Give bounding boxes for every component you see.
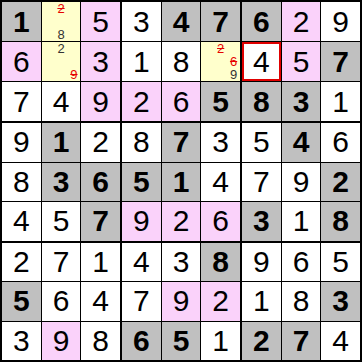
cell-value: 6: [13, 45, 30, 79]
cell-value: 7: [92, 204, 109, 238]
cell-r9c9[interactable]: 4: [321, 322, 360, 361]
cell-value: 3: [332, 284, 349, 318]
cell-r2c3[interactable]: 3: [81, 42, 120, 81]
cell-r3c1[interactable]: 7: [2, 82, 41, 121]
cell-value: 5: [53, 204, 70, 238]
cell-r4c9[interactable]: 6: [321, 123, 360, 162]
cell-value: 6: [173, 85, 190, 119]
pencil-mark-6-eliminated: 6: [227, 55, 240, 68]
cell-r7c3[interactable]: 1: [81, 243, 120, 282]
cell-value: 1: [92, 245, 109, 279]
cell-r6c2[interactable]: 5: [42, 202, 81, 241]
cell-r7c5[interactable]: 3: [162, 243, 201, 282]
cell-value: 3: [13, 324, 30, 358]
cell-value: 8: [92, 324, 109, 358]
cell-r3c4[interactable]: 2: [122, 82, 161, 121]
box-1-2: 34718269265: [122, 2, 240, 121]
cell-r6c4[interactable]: 9: [122, 202, 161, 241]
cell-value: 9: [13, 125, 30, 159]
pencil-mark-9-eliminated: 9: [67, 68, 80, 81]
cell-value: 7: [212, 5, 229, 39]
cell-value: 2: [293, 5, 310, 39]
cell-value: 6: [92, 165, 109, 199]
cell-value: 7: [13, 85, 30, 119]
box-2-2: 873514926: [122, 123, 240, 241]
cell-r3c5[interactable]: 6: [162, 82, 201, 121]
cell-value: 3: [53, 165, 70, 199]
cell-value: 5: [332, 245, 349, 279]
cell-r4c5[interactable]: 7: [162, 123, 201, 162]
cell-r3c3[interactable]: 9: [81, 82, 120, 121]
cell-value: 8: [253, 85, 270, 119]
pencil-mark-9: 9: [227, 68, 240, 81]
cell-r7c4[interactable]: 4: [122, 243, 161, 282]
cell-value: 7: [332, 45, 349, 79]
cell-r1c7[interactable]: 6: [242, 2, 281, 41]
cell-value: 7: [133, 284, 150, 318]
cell-r6c7[interactable]: 3: [242, 202, 281, 241]
cell-value: 1: [212, 324, 229, 358]
cell-value: 2: [253, 324, 270, 358]
cell-value: 1: [253, 284, 270, 318]
pencil-mark-2: 2: [55, 42, 68, 55]
cell-value: 3: [212, 125, 229, 159]
sudoku-board: 1285629374934718269265629457831912836457…: [0, 0, 362, 362]
cell-value: 7: [53, 245, 70, 279]
cell-r8c4[interactable]: 7: [122, 282, 161, 321]
cell-value: 4: [332, 324, 349, 358]
cell-r7c8[interactable]: 6: [282, 243, 321, 282]
cell-value: 2: [173, 204, 190, 238]
cell-r9c1[interactable]: 3: [2, 322, 41, 361]
cell-r7c9[interactable]: 5: [321, 243, 360, 282]
box-1-1: 12856293749: [2, 2, 120, 121]
cell-r8c7[interactable]: 1: [242, 282, 281, 321]
cell-value: 8: [332, 204, 349, 238]
cell-value: 4: [173, 5, 190, 39]
cell-value: 3: [173, 245, 190, 279]
cell-value: 5: [133, 165, 150, 199]
cell-r6c1[interactable]: 4: [2, 202, 41, 241]
cell-value: 9: [53, 324, 70, 358]
cell-r1c9[interactable]: 9: [321, 2, 360, 41]
cell-r7c6[interactable]: 8: [201, 243, 240, 282]
cell-value: 6: [53, 284, 70, 318]
cell-r6c6[interactable]: 6: [201, 202, 240, 241]
cell-value: 4: [293, 125, 310, 159]
cell-value: 1: [13, 5, 30, 39]
cell-r9c8[interactable]: 7: [282, 322, 321, 361]
cell-r5c2[interactable]: 3: [42, 163, 81, 202]
cell-r2c5[interactable]: 8: [162, 42, 201, 81]
cell-r9c6[interactable]: 1: [201, 322, 240, 361]
cell-r3c6[interactable]: 5: [201, 82, 240, 121]
cell-r5c7[interactable]: 7: [242, 163, 281, 202]
cell-value: 2: [133, 85, 150, 119]
cell-r1c5[interactable]: 4: [162, 2, 201, 41]
cell-value: 4: [92, 284, 109, 318]
cell-value: 4: [13, 204, 30, 238]
cell-r8c3[interactable]: 4: [81, 282, 120, 321]
cell-value: 5: [13, 284, 30, 318]
cell-value: 5: [253, 125, 270, 159]
pencil-mark-8: 8: [55, 28, 68, 41]
cell-r2c6[interactable]: 269: [201, 42, 240, 81]
cell-r8c6[interactable]: 2: [201, 282, 240, 321]
cell-value: 5: [293, 45, 310, 79]
cell-r5c8[interactable]: 9: [282, 163, 321, 202]
cell-r5c6[interactable]: 4: [201, 163, 240, 202]
cell-value: 9: [173, 284, 190, 318]
cell-value: 1: [293, 204, 310, 238]
cell-r5c1[interactable]: 8: [2, 163, 41, 202]
cell-value: 4: [212, 165, 229, 199]
cell-r5c9[interactable]: 2: [321, 163, 360, 202]
cell-value: 4: [133, 245, 150, 279]
cell-r4c2[interactable]: 1: [42, 123, 81, 162]
cell-r3c8[interactable]: 3: [282, 82, 321, 121]
cell-r1c6[interactable]: 7: [201, 2, 240, 41]
cell-value: 4: [53, 85, 70, 119]
cell-r6c3[interactable]: 7: [81, 202, 120, 241]
cell-r4c4[interactable]: 8: [122, 123, 161, 162]
cell-value: 9: [293, 165, 310, 199]
cell-r3c7[interactable]: 8: [242, 82, 281, 121]
cell-r7c1[interactable]: 2: [2, 243, 41, 282]
cell-r1c2[interactable]: 28: [42, 2, 81, 41]
cell-r7c7[interactable]: 9: [242, 243, 281, 282]
cell-r4c7[interactable]: 5: [242, 123, 281, 162]
pencil-mark-2-eliminated: 2: [214, 42, 227, 55]
cell-value: 8: [212, 245, 229, 279]
cell-r8c1[interactable]: 5: [2, 282, 41, 321]
pencil-mark-2-eliminated: 2: [55, 2, 68, 15]
cell-r8c9[interactable]: 3: [321, 282, 360, 321]
cell-value: 2: [212, 284, 229, 318]
cell-value: 2: [13, 245, 30, 279]
cell-value: 9: [332, 5, 349, 39]
cell-r3c2[interactable]: 4: [42, 82, 81, 121]
cell-value: 1: [133, 45, 150, 79]
box-3-2: 438792651: [122, 243, 240, 361]
cell-r9c4[interactable]: 6: [122, 322, 161, 361]
cell-value: 6: [332, 125, 349, 159]
cell-r9c7[interactable]: 2: [242, 322, 281, 361]
cell-value: 5: [173, 324, 190, 358]
cell-value: 3: [253, 204, 270, 238]
box-1-3: 629457831: [242, 2, 360, 121]
cell-r3c9[interactable]: 1: [321, 82, 360, 121]
cell-r5c3[interactable]: 6: [81, 163, 120, 202]
cell-value: 1: [53, 125, 70, 159]
cell-value: 8: [173, 45, 190, 79]
cell-value: 3: [92, 45, 109, 79]
cell-value: 9: [133, 204, 150, 238]
cell-r5c5[interactable]: 1: [162, 163, 201, 202]
cell-r6c8[interactable]: 1: [282, 202, 321, 241]
cell-value: 6: [253, 5, 270, 39]
cell-r6c5[interactable]: 2: [162, 202, 201, 241]
cell-r4c3[interactable]: 2: [81, 123, 120, 162]
cell-value: 5: [92, 5, 109, 39]
cell-value: 6: [293, 245, 310, 279]
cell-value: 4: [253, 45, 270, 79]
cell-r2c7[interactable]: 4: [242, 42, 281, 81]
cell-value: 7: [173, 125, 190, 159]
cell-r4c1[interactable]: 9: [2, 123, 41, 162]
box-2-1: 912836457: [2, 123, 120, 241]
cell-r2c4[interactable]: 1: [122, 42, 161, 81]
cell-value: 2: [92, 125, 109, 159]
cell-value: 6: [212, 204, 229, 238]
cell-r2c2[interactable]: 29: [42, 42, 81, 81]
cell-r8c2[interactable]: 6: [42, 282, 81, 321]
cell-r9c2[interactable]: 9: [42, 322, 81, 361]
cell-r5c4[interactable]: 5: [122, 163, 161, 202]
cell-value: 8: [133, 125, 150, 159]
cell-r1c8[interactable]: 2: [282, 2, 321, 41]
cell-r2c8[interactable]: 5: [282, 42, 321, 81]
cell-value: 7: [253, 165, 270, 199]
cell-value: 7: [293, 324, 310, 358]
cell-r9c3[interactable]: 8: [81, 322, 120, 361]
box-3-1: 271564398: [2, 243, 120, 361]
cell-r4c8[interactable]: 4: [282, 123, 321, 162]
cell-r8c8[interactable]: 8: [282, 282, 321, 321]
cell-r1c3[interactable]: 5: [81, 2, 120, 41]
cell-value: 9: [253, 245, 270, 279]
cell-r2c1[interactable]: 6: [2, 42, 41, 81]
cell-value: 8: [13, 165, 30, 199]
cell-r2c9[interactable]: 7: [321, 42, 360, 81]
cell-r1c1[interactable]: 1: [2, 2, 41, 41]
cell-value: 9: [92, 85, 109, 119]
cell-value: 6: [133, 324, 150, 358]
cell-r7c2[interactable]: 7: [42, 243, 81, 282]
box-2-3: 546792318: [242, 123, 360, 241]
cell-r6c9[interactable]: 8: [321, 202, 360, 241]
cell-value: 2: [332, 165, 349, 199]
cell-r8c5[interactable]: 9: [162, 282, 201, 321]
cell-value: 1: [332, 85, 349, 119]
cell-value: 5: [212, 85, 229, 119]
cell-r4c6[interactable]: 3: [201, 123, 240, 162]
cell-value: 3: [293, 85, 310, 119]
cell-value: 8: [293, 284, 310, 318]
box-3-3: 965183274: [242, 243, 360, 361]
cell-r9c5[interactable]: 5: [162, 322, 201, 361]
cell-value: 1: [173, 165, 190, 199]
cell-value: 3: [133, 5, 150, 39]
cell-r1c4[interactable]: 3: [122, 2, 161, 41]
